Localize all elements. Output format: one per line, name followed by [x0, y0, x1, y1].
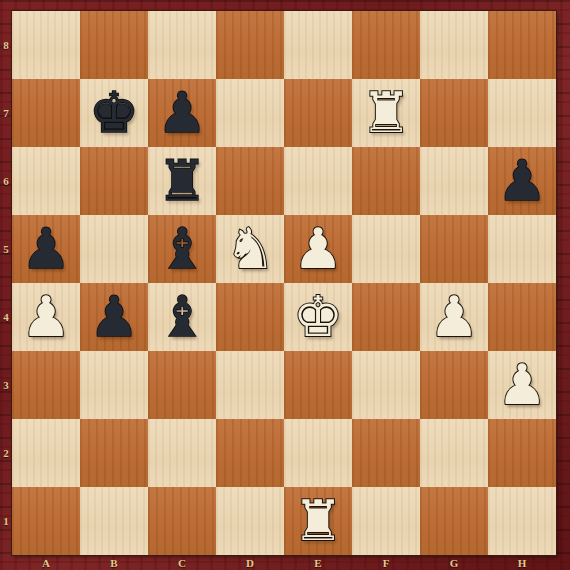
black-bishop[interactable]: ♝ — [148, 283, 216, 351]
square-b6[interactable] — [80, 147, 148, 215]
square-h6[interactable]: ♟ — [488, 147, 556, 215]
black-pawn[interactable]: ♟ — [80, 283, 148, 351]
square-g1[interactable] — [420, 487, 488, 555]
square-b3[interactable] — [80, 351, 148, 419]
square-f3[interactable] — [352, 351, 420, 419]
file-label-g: G — [420, 556, 488, 570]
square-d3[interactable] — [216, 351, 284, 419]
square-c6[interactable]: ♜ — [148, 147, 216, 215]
square-c8[interactable] — [148, 11, 216, 79]
black-pawn[interactable]: ♟ — [148, 79, 216, 147]
white-pawn[interactable]: ♟ — [488, 351, 556, 419]
white-king[interactable]: ♚ — [284, 283, 352, 351]
black-bishop[interactable]: ♝ — [148, 215, 216, 283]
white-knight[interactable]: ♞ — [216, 215, 284, 283]
square-d6[interactable] — [216, 147, 284, 215]
square-h2[interactable] — [488, 419, 556, 487]
black-rook[interactable]: ♜ — [148, 147, 216, 215]
square-c4[interactable]: ♝ — [148, 283, 216, 351]
square-c2[interactable] — [148, 419, 216, 487]
square-h1[interactable] — [488, 487, 556, 555]
square-g3[interactable] — [420, 351, 488, 419]
square-a2[interactable] — [12, 419, 80, 487]
square-f8[interactable] — [352, 11, 420, 79]
white-pawn[interactable]: ♟ — [420, 283, 488, 351]
square-a7[interactable] — [12, 79, 80, 147]
square-b8[interactable] — [80, 11, 148, 79]
white-pawn[interactable]: ♟ — [284, 215, 352, 283]
square-b5[interactable] — [80, 215, 148, 283]
square-f5[interactable] — [352, 215, 420, 283]
square-b2[interactable] — [80, 419, 148, 487]
square-c3[interactable] — [148, 351, 216, 419]
square-c1[interactable] — [148, 487, 216, 555]
square-d4[interactable] — [216, 283, 284, 351]
square-b7[interactable]: ♚ — [80, 79, 148, 147]
rank-label-2: 2 — [0, 446, 12, 460]
file-label-c: C — [148, 556, 216, 570]
square-f7[interactable]: ♜ — [352, 79, 420, 147]
square-a1[interactable] — [12, 487, 80, 555]
square-d7[interactable] — [216, 79, 284, 147]
rank-label-6: 6 — [0, 174, 12, 188]
chess-board: ♚♟♜♜♟♟♝♞♟♟♟♝♚♟♟♜ — [12, 11, 556, 555]
file-label-e: E — [284, 556, 352, 570]
square-f1[interactable] — [352, 487, 420, 555]
rank-label-3: 3 — [0, 378, 12, 392]
square-h3[interactable]: ♟ — [488, 351, 556, 419]
square-f2[interactable] — [352, 419, 420, 487]
square-a4[interactable]: ♟ — [12, 283, 80, 351]
square-a6[interactable] — [12, 147, 80, 215]
rank-label-4: 4 — [0, 310, 12, 324]
board-frame: ♚♟♜♜♟♟♝♞♟♟♟♝♚♟♟♜ 87654321ABCDEFGH — [0, 0, 570, 570]
square-b1[interactable] — [80, 487, 148, 555]
square-f4[interactable] — [352, 283, 420, 351]
square-e3[interactable] — [284, 351, 352, 419]
black-pawn[interactable]: ♟ — [12, 215, 80, 283]
square-d2[interactable] — [216, 419, 284, 487]
black-pawn[interactable]: ♟ — [488, 147, 556, 215]
square-e4[interactable]: ♚ — [284, 283, 352, 351]
file-label-a: A — [12, 556, 80, 570]
black-king[interactable]: ♚ — [80, 79, 148, 147]
square-g4[interactable]: ♟ — [420, 283, 488, 351]
square-c5[interactable]: ♝ — [148, 215, 216, 283]
square-h8[interactable] — [488, 11, 556, 79]
square-e1[interactable]: ♜ — [284, 487, 352, 555]
square-e6[interactable] — [284, 147, 352, 215]
square-a8[interactable] — [12, 11, 80, 79]
rank-label-5: 5 — [0, 242, 12, 256]
square-h4[interactable] — [488, 283, 556, 351]
square-e2[interactable] — [284, 419, 352, 487]
square-b4[interactable]: ♟ — [80, 283, 148, 351]
file-label-h: H — [488, 556, 556, 570]
square-d8[interactable] — [216, 11, 284, 79]
white-rook[interactable]: ♜ — [284, 487, 352, 555]
square-d1[interactable] — [216, 487, 284, 555]
square-e5[interactable]: ♟ — [284, 215, 352, 283]
rank-label-1: 1 — [0, 514, 12, 528]
square-g5[interactable] — [420, 215, 488, 283]
white-rook[interactable]: ♜ — [352, 79, 420, 147]
file-label-b: B — [80, 556, 148, 570]
square-a3[interactable] — [12, 351, 80, 419]
rank-label-8: 8 — [0, 38, 12, 52]
white-pawn[interactable]: ♟ — [12, 283, 80, 351]
rank-label-7: 7 — [0, 106, 12, 120]
square-c7[interactable]: ♟ — [148, 79, 216, 147]
square-f6[interactable] — [352, 147, 420, 215]
square-h5[interactable] — [488, 215, 556, 283]
square-g6[interactable] — [420, 147, 488, 215]
square-e7[interactable] — [284, 79, 352, 147]
square-h7[interactable] — [488, 79, 556, 147]
square-g8[interactable] — [420, 11, 488, 79]
square-a5[interactable]: ♟ — [12, 215, 80, 283]
square-e8[interactable] — [284, 11, 352, 79]
square-g2[interactable] — [420, 419, 488, 487]
square-d5[interactable]: ♞ — [216, 215, 284, 283]
square-g7[interactable] — [420, 79, 488, 147]
file-label-d: D — [216, 556, 284, 570]
file-label-f: F — [352, 556, 420, 570]
